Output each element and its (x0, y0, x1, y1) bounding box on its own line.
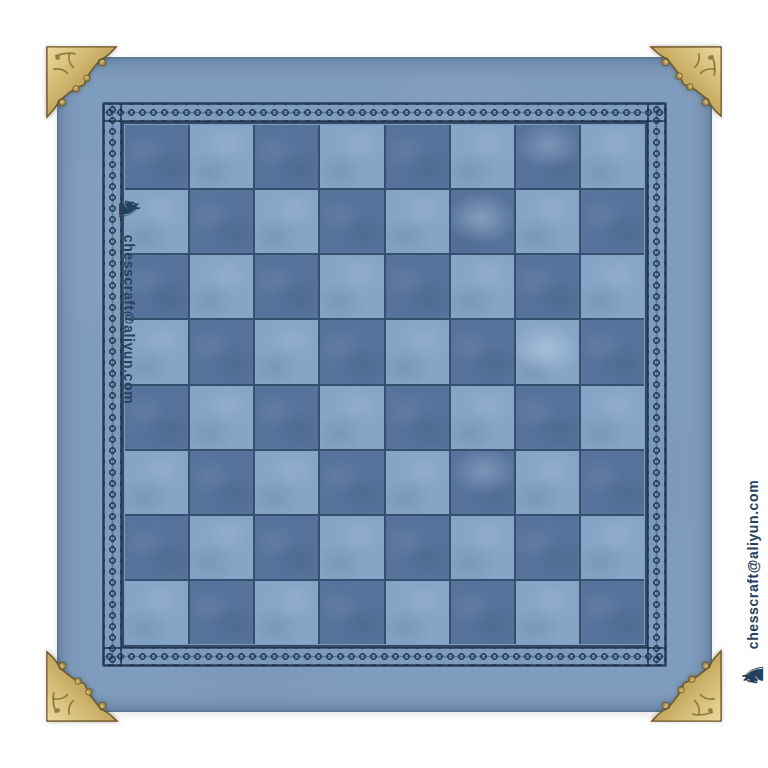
square-a1 (125, 581, 188, 644)
square-e2 (386, 516, 449, 579)
branding-left: ♞ chesscraft@aliyun.com (114, 175, 144, 425)
square-h7 (581, 190, 644, 253)
square-g8 (516, 125, 579, 188)
square-d4 (320, 386, 383, 449)
square-f7 (451, 190, 514, 253)
square-b2 (190, 516, 253, 579)
square-b6 (190, 255, 253, 318)
square-e4 (386, 386, 449, 449)
square-b5 (190, 320, 253, 383)
brass-corner-bottom-right (646, 646, 724, 724)
square-h8 (581, 125, 644, 188)
knight-logo-icon: ♞ (115, 196, 144, 222)
square-g6 (516, 255, 579, 318)
border-scroll-band-right (647, 104, 666, 665)
square-d8 (320, 125, 383, 188)
brass-corner-top-right (646, 44, 724, 122)
square-d6 (320, 255, 383, 318)
square-c1 (255, 581, 318, 644)
square-b1 (190, 581, 253, 644)
square-g5 (516, 320, 579, 383)
square-f2 (451, 516, 514, 579)
square-e7 (386, 190, 449, 253)
square-f5 (451, 320, 514, 383)
square-a2 (125, 516, 188, 579)
square-g2 (516, 516, 579, 579)
square-d3 (320, 451, 383, 514)
square-g4 (516, 386, 579, 449)
border-scroll-band-bottom (104, 647, 665, 666)
brass-corner-top-left (44, 44, 122, 122)
square-d5 (320, 320, 383, 383)
square-c8 (255, 125, 318, 188)
square-e1 (386, 581, 449, 644)
square-d2 (320, 516, 383, 579)
square-h6 (581, 255, 644, 318)
square-d1 (320, 581, 383, 644)
chess-board (125, 125, 644, 644)
square-b3 (190, 451, 253, 514)
square-h4 (581, 386, 644, 449)
square-h3 (581, 451, 644, 514)
square-c7 (255, 190, 318, 253)
square-f1 (451, 581, 514, 644)
square-e8 (386, 125, 449, 188)
chess-mat: ♞ chesscraft@aliyun.com ♞ chesscraft@ali… (57, 57, 712, 712)
square-f4 (451, 386, 514, 449)
square-h5 (581, 320, 644, 383)
square-c4 (255, 386, 318, 449)
branding-email-text: chesscraft@aliyun.com (745, 480, 761, 649)
square-f3 (451, 451, 514, 514)
branding-email-text: chesscraft@aliyun.com (121, 235, 137, 404)
border-scroll-band-top (104, 103, 665, 122)
square-b4 (190, 386, 253, 449)
square-c5 (255, 320, 318, 383)
brass-corner-bottom-left (44, 646, 122, 724)
square-c2 (255, 516, 318, 579)
square-c6 (255, 255, 318, 318)
knight-logo-icon: ♞ (739, 662, 768, 688)
square-e6 (386, 255, 449, 318)
square-h1 (581, 581, 644, 644)
square-g1 (516, 581, 579, 644)
square-f8 (451, 125, 514, 188)
square-h2 (581, 516, 644, 579)
square-c3 (255, 451, 318, 514)
square-g7 (516, 190, 579, 253)
square-f6 (451, 255, 514, 318)
branding-right: ♞ chesscraft@aliyun.com (738, 459, 768, 709)
square-g3 (516, 451, 579, 514)
square-b7 (190, 190, 253, 253)
square-b8 (190, 125, 253, 188)
square-d7 (320, 190, 383, 253)
square-e5 (386, 320, 449, 383)
square-e3 (386, 451, 449, 514)
square-a3 (125, 451, 188, 514)
